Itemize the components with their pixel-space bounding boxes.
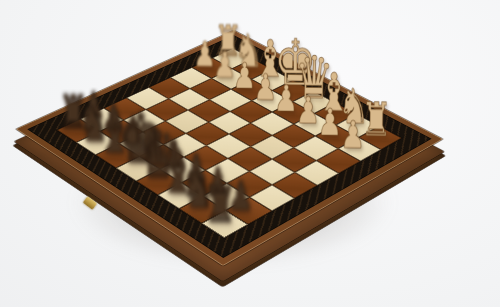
white-pawn[interactable]: ♟ — [317, 104, 340, 142]
white-pawn[interactable]: ♟ — [253, 69, 275, 105]
white-pawn[interactable]: ♟ — [295, 92, 318, 129]
black-knight[interactable]: ♞ — [180, 162, 205, 214]
black-rook[interactable]: ♜ — [203, 178, 228, 229]
photo-backdrop: ♜♞♝♚♛♝♞♜♟♟♟♟♟♟♟♟♟♟♟♟♟♟♟♟♜♞♝♚♛♝♞♜ — [0, 0, 500, 307]
white-pawn[interactable]: ♟ — [193, 37, 215, 72]
white-pawn[interactable]: ♟ — [232, 58, 254, 94]
white-pawn[interactable]: ♟ — [340, 116, 364, 154]
white-pawn[interactable]: ♟ — [212, 47, 234, 82]
white-pawn[interactable]: ♟ — [274, 80, 297, 117]
